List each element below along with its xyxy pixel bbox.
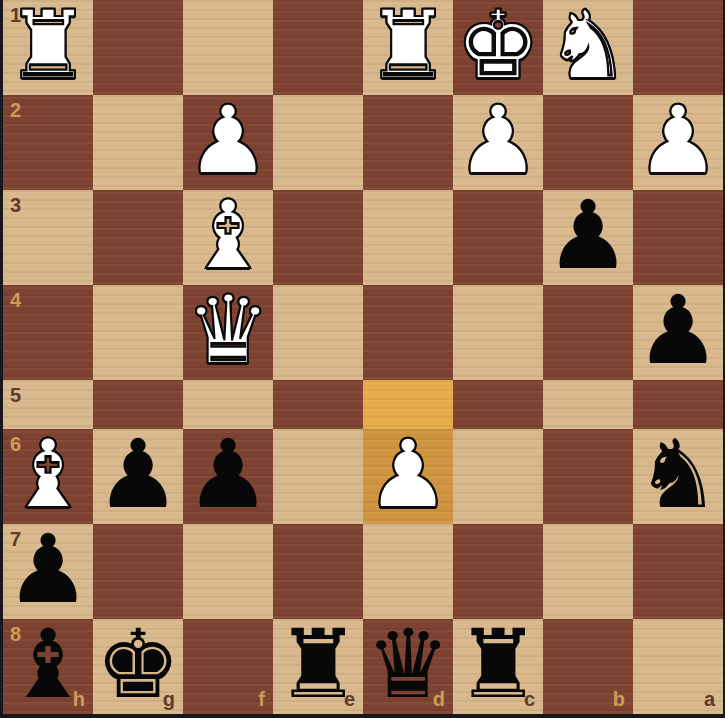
square-g6[interactable]: ♟ [93, 429, 183, 524]
piece-black-pawn[interactable]: ♟ [185, 427, 270, 522]
square-a3[interactable] [633, 190, 723, 285]
square-b2[interactable] [543, 95, 633, 190]
rank-label-4: 4 [10, 289, 21, 312]
square-b7[interactable] [543, 524, 633, 619]
square-e6[interactable] [273, 429, 363, 524]
square-h1[interactable]: 1♜ [3, 0, 93, 95]
square-b4[interactable] [543, 285, 633, 380]
square-e3[interactable] [273, 190, 363, 285]
square-c7[interactable] [453, 524, 543, 619]
rank-label-1: 1 [10, 4, 21, 27]
square-c1[interactable]: ♚ [453, 0, 543, 95]
square-h2[interactable]: 2 [3, 95, 93, 190]
rank-label-7: 7 [10, 528, 21, 551]
piece-white-rook[interactable]: ♜ [365, 0, 450, 93]
rank-label-6: 6 [10, 433, 21, 456]
square-f8[interactable]: f [183, 619, 273, 714]
square-d3[interactable] [363, 190, 453, 285]
square-e2[interactable] [273, 95, 363, 190]
square-d6[interactable]: ♟ [363, 429, 453, 524]
piece-white-queen[interactable]: ♛ [185, 283, 270, 378]
square-h8[interactable]: 8h♝ [3, 619, 93, 714]
piece-white-pawn[interactable]: ♟ [365, 427, 450, 522]
square-f1[interactable] [183, 0, 273, 95]
rank-label-5: 5 [10, 384, 21, 407]
square-g7[interactable] [93, 524, 183, 619]
piece-white-knight[interactable]: ♞ [545, 0, 630, 93]
square-f3[interactable]: ♝ [183, 190, 273, 285]
square-a2[interactable]: ♟ [633, 95, 723, 190]
square-b5[interactable] [543, 380, 633, 429]
square-c8[interactable]: c♜ [453, 619, 543, 714]
square-a4[interactable]: ♟ [633, 285, 723, 380]
square-a8[interactable]: a [633, 619, 723, 714]
file-label-a: a [704, 688, 715, 711]
square-h4[interactable]: 4 [3, 285, 93, 380]
piece-white-king[interactable]: ♚ [455, 0, 540, 93]
square-f7[interactable] [183, 524, 273, 619]
square-d2[interactable] [363, 95, 453, 190]
rank-label-8: 8 [10, 623, 21, 646]
file-label-f: f [258, 688, 265, 711]
piece-white-pawn[interactable]: ♟ [455, 93, 540, 188]
piece-black-pawn[interactable]: ♟ [635, 283, 720, 378]
square-f4[interactable]: ♛ [183, 285, 273, 380]
square-g1[interactable] [93, 0, 183, 95]
square-b8[interactable]: b [543, 619, 633, 714]
piece-white-pawn[interactable]: ♟ [185, 93, 270, 188]
square-f6[interactable]: ♟ [183, 429, 273, 524]
square-h6[interactable]: 6♝ [3, 429, 93, 524]
square-h3[interactable]: 3 [3, 190, 93, 285]
square-e5[interactable] [273, 380, 363, 429]
file-label-b: b [613, 688, 625, 711]
square-a6[interactable]: ♞ [633, 429, 723, 524]
square-c2[interactable]: ♟ [453, 95, 543, 190]
file-label-g: g [163, 688, 175, 711]
square-e8[interactable]: e♜ [273, 619, 363, 714]
file-label-c: c [524, 688, 535, 711]
square-e7[interactable] [273, 524, 363, 619]
square-c6[interactable] [453, 429, 543, 524]
square-a1[interactable] [633, 0, 723, 95]
square-f2[interactable]: ♟ [183, 95, 273, 190]
square-g3[interactable] [93, 190, 183, 285]
square-b1[interactable]: ♞ [543, 0, 633, 95]
rank-label-2: 2 [10, 99, 21, 122]
square-b3[interactable]: ♟ [543, 190, 633, 285]
square-d7[interactable] [363, 524, 453, 619]
square-d4[interactable] [363, 285, 453, 380]
square-d8[interactable]: d♛ [363, 619, 453, 714]
chess-board: 1♜♜♚♞2♟♟♟3♝♟4♛♟56♝♟♟♟♞7♟8h♝g♚fe♜d♛c♜ba [3, 0, 723, 714]
file-label-e: e [344, 688, 355, 711]
square-c3[interactable] [453, 190, 543, 285]
rank-label-3: 3 [10, 194, 21, 217]
piece-black-knight[interactable]: ♞ [635, 427, 720, 522]
square-c5[interactable] [453, 380, 543, 429]
piece-white-bishop[interactable]: ♝ [185, 188, 270, 283]
square-a7[interactable] [633, 524, 723, 619]
square-e4[interactable] [273, 285, 363, 380]
piece-black-pawn[interactable]: ♟ [545, 188, 630, 283]
square-g8[interactable]: g♚ [93, 619, 183, 714]
piece-black-pawn[interactable]: ♟ [95, 427, 180, 522]
square-b6[interactable] [543, 429, 633, 524]
piece-white-pawn[interactable]: ♟ [635, 93, 720, 188]
file-label-d: d [433, 688, 445, 711]
square-g4[interactable] [93, 285, 183, 380]
square-g2[interactable] [93, 95, 183, 190]
square-d1[interactable]: ♜ [363, 0, 453, 95]
file-label-h: h [73, 688, 85, 711]
square-c4[interactable] [453, 285, 543, 380]
square-h7[interactable]: 7♟ [3, 524, 93, 619]
square-e1[interactable] [273, 0, 363, 95]
